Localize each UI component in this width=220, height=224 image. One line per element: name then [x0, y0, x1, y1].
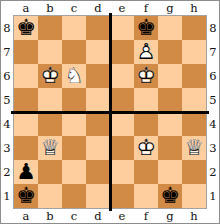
file-label-d: d — [86, 1, 110, 15]
file-label-e: e — [110, 1, 134, 15]
rank-label-5: 5 — [1, 88, 13, 112]
black-pawn-piece: ♟ — [14, 160, 38, 184]
piece-glyph-outline: ♕ — [182, 136, 206, 160]
square-c6: ♞♘ — [62, 64, 86, 88]
square-e1 — [110, 184, 134, 208]
square-e2 — [110, 160, 134, 184]
white-queen-piece: ♛♕ — [38, 136, 62, 160]
square-g1: ♚ — [158, 184, 182, 208]
file-label-a: a — [14, 209, 38, 223]
square-c4 — [62, 112, 86, 136]
black-king-piece: ♚ — [134, 16, 158, 40]
black-king-piece: ♚ — [14, 184, 38, 208]
square-c5 — [62, 88, 86, 112]
square-b4 — [38, 112, 62, 136]
piece-glyph: ♚ — [134, 16, 158, 40]
rank-label-7: 7 — [1, 40, 13, 64]
square-c8 — [62, 16, 86, 40]
rank-label-7: 7 — [207, 40, 219, 64]
square-a3 — [14, 136, 38, 160]
square-a5 — [14, 88, 38, 112]
square-h1 — [182, 184, 206, 208]
square-b7 — [38, 40, 62, 64]
piece-glyph-outline: ♘ — [62, 64, 86, 88]
rank-label-8: 8 — [1, 16, 13, 40]
white-king-piece: ♚♔ — [134, 64, 158, 88]
rank-label-1: 1 — [1, 184, 13, 208]
rank-label-6: 6 — [1, 64, 13, 88]
white-king-piece: ♚♔ — [134, 136, 158, 160]
square-b6: ♚♔ — [38, 64, 62, 88]
square-f1 — [134, 184, 158, 208]
file-label-c: c — [62, 1, 86, 15]
square-d3 — [86, 136, 110, 160]
square-f3: ♚♔ — [134, 136, 158, 160]
rank-label-8: 8 — [207, 16, 219, 40]
rank-label-2: 2 — [207, 160, 219, 184]
square-f4 — [134, 112, 158, 136]
black-king-piece: ♚ — [158, 184, 182, 208]
piece-glyph-outline: ♙ — [134, 40, 158, 64]
piece-glyph-outline: ♔ — [134, 136, 158, 160]
rank-label-5: 5 — [207, 88, 219, 112]
file-label-g: g — [158, 1, 182, 15]
chess-board: ♚♚♟♙♚♔♞♘♚♔♛♕♚♔♛♕♟♚♚ — [13, 15, 207, 209]
file-label-c: c — [62, 209, 86, 223]
square-d7 — [86, 40, 110, 64]
piece-glyph-outline: ♔ — [134, 64, 158, 88]
piece-glyph-outline: ♕ — [38, 136, 62, 160]
chess-diagram: abcdefghabcdefgh8765432187654321♚♚♟♙♚♔♞♘… — [0, 0, 220, 224]
piece-glyph: ♚ — [158, 184, 182, 208]
square-b8 — [38, 16, 62, 40]
square-c7 — [62, 40, 86, 64]
square-g4 — [158, 112, 182, 136]
square-g7 — [158, 40, 182, 64]
file-label-g: g — [158, 209, 182, 223]
square-e3 — [110, 136, 134, 160]
square-c2 — [62, 160, 86, 184]
piece-glyph-outline: ♔ — [38, 64, 62, 88]
file-label-a: a — [14, 1, 38, 15]
rank-label-2: 2 — [1, 160, 13, 184]
square-d1 — [86, 184, 110, 208]
square-a7 — [14, 40, 38, 64]
square-c3 — [62, 136, 86, 160]
white-king-piece: ♚♔ — [38, 64, 62, 88]
square-e8 — [110, 16, 134, 40]
rank-label-4: 4 — [207, 112, 219, 136]
rank-label-3: 3 — [1, 136, 13, 160]
square-e5 — [110, 88, 134, 112]
square-g5 — [158, 88, 182, 112]
file-label-h: h — [182, 209, 206, 223]
square-b1 — [38, 184, 62, 208]
square-h2 — [182, 160, 206, 184]
square-h4 — [182, 112, 206, 136]
square-f5 — [134, 88, 158, 112]
square-f7: ♟♙ — [134, 40, 158, 64]
square-f8: ♚ — [134, 16, 158, 40]
file-label-d: d — [86, 209, 110, 223]
square-g8 — [158, 16, 182, 40]
square-g6 — [158, 64, 182, 88]
square-e6 — [110, 64, 134, 88]
square-e4 — [110, 112, 134, 136]
square-a8: ♚ — [14, 16, 38, 40]
square-d4 — [86, 112, 110, 136]
piece-glyph: ♚ — [14, 184, 38, 208]
piece-glyph: ♟ — [14, 160, 38, 184]
square-a6 — [14, 64, 38, 88]
square-a2: ♟ — [14, 160, 38, 184]
black-king-piece: ♚ — [14, 16, 38, 40]
square-c1 — [62, 184, 86, 208]
square-h7 — [182, 40, 206, 64]
file-label-f: f — [134, 209, 158, 223]
square-b2 — [38, 160, 62, 184]
square-g3 — [158, 136, 182, 160]
square-f2 — [134, 160, 158, 184]
rank-label-4: 4 — [1, 112, 13, 136]
file-labels-bottom: abcdefgh — [14, 209, 206, 223]
square-h6 — [182, 64, 206, 88]
square-h5 — [182, 88, 206, 112]
square-d2 — [86, 160, 110, 184]
quadrant-divider-horizontal — [11, 111, 209, 114]
file-label-f: f — [134, 1, 158, 15]
rank-label-1: 1 — [207, 184, 219, 208]
square-d6 — [86, 64, 110, 88]
rank-label-3: 3 — [207, 136, 219, 160]
white-queen-piece: ♛♕ — [182, 136, 206, 160]
square-a4 — [14, 112, 38, 136]
square-d5 — [86, 88, 110, 112]
square-b3: ♛♕ — [38, 136, 62, 160]
white-knight-piece: ♞♘ — [62, 64, 86, 88]
piece-glyph: ♚ — [14, 16, 38, 40]
white-pawn-piece: ♟♙ — [134, 40, 158, 64]
rank-label-6: 6 — [207, 64, 219, 88]
file-label-b: b — [38, 209, 62, 223]
square-f6: ♚♔ — [134, 64, 158, 88]
file-label-h: h — [182, 1, 206, 15]
square-a1: ♚ — [14, 184, 38, 208]
square-h3: ♛♕ — [182, 136, 206, 160]
file-label-e: e — [110, 209, 134, 223]
square-b5 — [38, 88, 62, 112]
square-g2 — [158, 160, 182, 184]
square-d8 — [86, 16, 110, 40]
square-h8 — [182, 16, 206, 40]
file-label-b: b — [38, 1, 62, 15]
square-e7 — [110, 40, 134, 64]
